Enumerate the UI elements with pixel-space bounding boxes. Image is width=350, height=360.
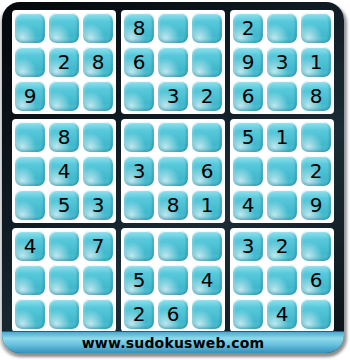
box-8: 5426: [121, 228, 225, 332]
cell-r4c1[interactable]: [15, 122, 45, 152]
cell-r9c3[interactable]: [83, 299, 113, 329]
box-5: 3681: [121, 119, 225, 223]
cell-r1c6[interactable]: [192, 13, 222, 43]
board: 289863229316884533681512494754263264: [12, 10, 334, 332]
cell-r5c5[interactable]: [158, 156, 188, 186]
cell-r7c7: 3: [233, 231, 263, 261]
cell-r9c2[interactable]: [49, 299, 79, 329]
cell-r6c9: 9: [301, 190, 331, 220]
cell-r6c6: 1: [192, 190, 222, 220]
cell-r2c6[interactable]: [192, 47, 222, 77]
cell-r7c9[interactable]: [301, 231, 331, 261]
cell-r4c2: 8: [49, 122, 79, 152]
cell-r4c3[interactable]: [83, 122, 113, 152]
cell-r3c5: 3: [158, 81, 188, 111]
cell-r7c6[interactable]: [192, 231, 222, 261]
cell-r9c1[interactable]: [15, 299, 45, 329]
cell-r1c2[interactable]: [49, 13, 79, 43]
cell-r8c8[interactable]: [267, 265, 297, 295]
cell-r4c7: 5: [233, 122, 263, 152]
cell-r9c6[interactable]: [192, 299, 222, 329]
box-6: 51249: [230, 119, 334, 223]
cell-r4c8: 1: [267, 122, 297, 152]
box-3: 293168: [230, 10, 334, 114]
cell-r7c1: 4: [15, 231, 45, 261]
cell-r2c3: 8: [83, 47, 113, 77]
cell-r1c4: 8: [124, 13, 154, 43]
cell-r1c9[interactable]: [301, 13, 331, 43]
cell-r2c5[interactable]: [158, 47, 188, 77]
cell-r1c8[interactable]: [267, 13, 297, 43]
cell-r6c2: 5: [49, 190, 79, 220]
cell-r3c6: 2: [192, 81, 222, 111]
cell-r4c5[interactable]: [158, 122, 188, 152]
box-9: 3264: [230, 228, 334, 332]
cell-r5c8[interactable]: [267, 156, 297, 186]
cell-r8c7[interactable]: [233, 265, 263, 295]
cell-r7c2[interactable]: [49, 231, 79, 261]
cell-r6c7: 4: [233, 190, 263, 220]
cell-r2c8: 3: [267, 47, 297, 77]
cell-r5c7[interactable]: [233, 156, 263, 186]
sudoku-page: 289863229316884533681512494754263264 www…: [0, 0, 350, 360]
cell-r5c4: 3: [124, 156, 154, 186]
cell-r5c3[interactable]: [83, 156, 113, 186]
cell-r3c7: 6: [233, 81, 263, 111]
cell-r8c9: 6: [301, 265, 331, 295]
cell-r1c1[interactable]: [15, 13, 45, 43]
cell-r4c4[interactable]: [124, 122, 154, 152]
cell-r1c5[interactable]: [158, 13, 188, 43]
cell-r9c9[interactable]: [301, 299, 331, 329]
cell-r2c2: 2: [49, 47, 79, 77]
cell-r7c3: 7: [83, 231, 113, 261]
cell-r5c2: 4: [49, 156, 79, 186]
cell-r8c1[interactable]: [15, 265, 45, 295]
cell-r1c7: 2: [233, 13, 263, 43]
cell-r8c5[interactable]: [158, 265, 188, 295]
cell-r8c6: 4: [192, 265, 222, 295]
cell-r9c7[interactable]: [233, 299, 263, 329]
cell-r9c8: 4: [267, 299, 297, 329]
cell-r8c2[interactable]: [49, 265, 79, 295]
cell-r9c4: 2: [124, 299, 154, 329]
cell-r3c1: 9: [15, 81, 45, 111]
cell-r3c2[interactable]: [49, 81, 79, 111]
cell-r4c9[interactable]: [301, 122, 331, 152]
cell-r3c3[interactable]: [83, 81, 113, 111]
cell-r2c1[interactable]: [15, 47, 45, 77]
cell-r6c1[interactable]: [15, 190, 45, 220]
cell-r3c4[interactable]: [124, 81, 154, 111]
cell-r6c8[interactable]: [267, 190, 297, 220]
cell-r6c3: 3: [83, 190, 113, 220]
cell-r3c8[interactable]: [267, 81, 297, 111]
footer-band: www.sudokusweb.com: [2, 331, 344, 353]
box-1: 289: [12, 10, 116, 114]
cell-r4c6[interactable]: [192, 122, 222, 152]
box-4: 8453: [12, 119, 116, 223]
cell-r2c4: 6: [124, 47, 154, 77]
cell-r5c9: 2: [301, 156, 331, 186]
cell-r2c7: 9: [233, 47, 263, 77]
cell-r2c9: 1: [301, 47, 331, 77]
box-2: 8632: [121, 10, 225, 114]
cell-r9c5: 6: [158, 299, 188, 329]
cell-r3c9: 8: [301, 81, 331, 111]
cell-r6c5: 8: [158, 190, 188, 220]
cell-r7c8: 2: [267, 231, 297, 261]
cell-r7c5[interactable]: [158, 231, 188, 261]
box-7: 47: [12, 228, 116, 332]
cell-r1c3[interactable]: [83, 13, 113, 43]
cell-r8c4: 5: [124, 265, 154, 295]
cell-r5c6: 6: [192, 156, 222, 186]
cell-r5c1[interactable]: [15, 156, 45, 186]
cell-r6c4[interactable]: [124, 190, 154, 220]
board-frame: 289863229316884533681512494754263264 www…: [2, 2, 344, 353]
cell-r7c4[interactable]: [124, 231, 154, 261]
cell-r8c3[interactable]: [83, 265, 113, 295]
site-url: www.sudokusweb.com: [82, 335, 265, 351]
